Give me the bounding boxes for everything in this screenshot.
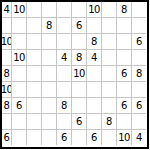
grid-cell-r2c2[interactable] — [12, 18, 26, 33]
grid-cell-r2c6[interactable]: 6 — [72, 18, 86, 33]
grid-cell-r1c3[interactable] — [27, 2, 41, 17]
grid-cell-r1c9[interactable]: 8 — [117, 2, 131, 17]
grid-cell-r4c6[interactable]: 8 — [72, 50, 86, 65]
grid-cell-r8c6[interactable]: 6 — [72, 114, 86, 129]
grid-cell-r5c3[interactable] — [27, 66, 41, 81]
grid-cell-r4c7[interactable]: 4 — [87, 50, 101, 65]
grid-cell-r4c8[interactable] — [102, 50, 116, 65]
clue-number: 8 — [106, 117, 112, 127]
clue-number: 8 — [61, 101, 67, 111]
clue-number: 8 — [91, 37, 97, 47]
grid-cell-r6c2[interactable] — [12, 82, 26, 97]
grid-cell-r4c5[interactable]: 4 — [57, 50, 71, 65]
grid-cell-r8c4[interactable] — [42, 114, 56, 129]
grid-cell-r8c2[interactable] — [12, 114, 26, 129]
grid-cell-r5c9[interactable]: 6 — [117, 66, 131, 81]
clue-number: 6 — [136, 101, 142, 111]
clue-number: 6 — [16, 101, 22, 111]
clue-number: 6 — [76, 21, 82, 31]
clue-number: 10 — [88, 5, 100, 15]
grid-cell-r4c9[interactable] — [117, 50, 131, 65]
clue-number: 6 — [76, 117, 82, 127]
grid-cell-r4c1[interactable] — [2, 50, 11, 65]
grid-cell-r1c1[interactable]: 4 — [2, 2, 11, 17]
clue-number: 8 — [136, 69, 142, 79]
grid-cell-r2c8[interactable] — [102, 18, 116, 33]
grid-cell-r1c5[interactable] — [57, 2, 71, 17]
grid-cell-r3c10[interactable]: 6 — [132, 34, 146, 49]
clue-number: 4 — [61, 53, 67, 63]
grid-cell-r9c1[interactable]: 6 — [2, 130, 11, 145]
grid-cell-r3c2[interactable] — [12, 34, 26, 49]
grid-cell-r3c6[interactable] — [72, 34, 86, 49]
grid-cell-r7c9[interactable]: 6 — [117, 98, 131, 113]
grid-cell-r7c8[interactable] — [102, 98, 116, 113]
grid-cell-r8c5[interactable] — [57, 114, 71, 129]
grid-cell-r5c7[interactable] — [87, 66, 101, 81]
grid-cell-r2c7[interactable] — [87, 18, 101, 33]
clue-number: 10 — [2, 85, 11, 95]
grid-cell-r6c5[interactable] — [57, 82, 71, 97]
grid-cell-r9c2[interactable] — [12, 130, 26, 145]
grid-cell-r1c7[interactable]: 10 — [87, 2, 101, 17]
clue-number: 8 — [121, 5, 127, 15]
grid-cell-r6c7[interactable] — [87, 82, 101, 97]
grid-cell-r9c9[interactable]: 10 — [117, 130, 131, 145]
clue-number: 8 — [4, 101, 10, 111]
grid-cell-r4c3[interactable] — [27, 50, 41, 65]
clue-number: 10 — [73, 69, 85, 79]
grid-cell-r6c10[interactable] — [132, 82, 146, 97]
grid-cell-r4c2[interactable]: 10 — [12, 50, 26, 65]
grid-cell-r1c10[interactable] — [132, 2, 146, 17]
grid-cell-r3c9[interactable] — [117, 34, 131, 49]
grid-cell-r9c10[interactable]: 4 — [132, 130, 146, 145]
grid-cell-r5c1[interactable]: 8 — [2, 66, 11, 81]
clue-number: 4 — [4, 5, 10, 15]
grid-cell-r8c7[interactable] — [87, 114, 101, 129]
clue-number: 10 — [118, 133, 130, 143]
clue-number: 6 — [61, 133, 67, 143]
grid-cell-r3c1[interactable]: 10 — [2, 34, 11, 49]
grid-cell-r3c4[interactable] — [42, 34, 56, 49]
grid-cell-r7c5[interactable]: 8 — [57, 98, 71, 113]
grid-cell-r9c4[interactable] — [42, 130, 56, 145]
grid-cell-r8c3[interactable] — [27, 114, 41, 129]
grid-cell-r3c3[interactable] — [27, 34, 41, 49]
puzzle-board: 4101088610861048481068108686668666104 — [0, 0, 149, 149]
grid-cell-r1c4[interactable] — [42, 2, 56, 17]
grid-cell-r2c3[interactable] — [27, 18, 41, 33]
grid-cell-r9c6[interactable] — [72, 130, 86, 145]
grid-cell-r6c1[interactable]: 10 — [2, 82, 11, 97]
grid-cell-r2c5[interactable] — [57, 18, 71, 33]
grid-cell-r7c7[interactable] — [87, 98, 101, 113]
grid-cell-r1c2[interactable]: 10 — [12, 2, 26, 17]
clue-number: 8 — [46, 21, 52, 31]
grid-cell-r5c5[interactable] — [57, 66, 71, 81]
grid-cell-r7c4[interactable] — [42, 98, 56, 113]
grid-cell-r6c3[interactable] — [27, 82, 41, 97]
clue-number: 6 — [91, 133, 97, 143]
grid-cell-r2c1[interactable] — [2, 18, 11, 33]
grid-cell-r8c9[interactable] — [117, 114, 131, 129]
grid-cell-r8c1[interactable] — [2, 114, 11, 129]
grid-cell-r2c10[interactable] — [132, 18, 146, 33]
grid-cell-r9c3[interactable] — [27, 130, 41, 145]
grid-cell-r1c6[interactable] — [72, 2, 86, 17]
grid-cell-r3c5[interactable] — [57, 34, 71, 49]
grid-cell-r8c10[interactable] — [132, 114, 146, 129]
grid-cell-r9c7[interactable]: 6 — [87, 130, 101, 145]
grid-cell-r4c10[interactable] — [132, 50, 146, 65]
grid-cell-r6c4[interactable] — [42, 82, 56, 97]
grid-cell-r1c8[interactable] — [102, 2, 116, 17]
grid-cell-r2c4[interactable]: 8 — [42, 18, 56, 33]
grid-cell-r8c8[interactable]: 8 — [102, 114, 116, 129]
clue-number: 6 — [136, 37, 142, 47]
grid-cell-r5c2[interactable] — [12, 66, 26, 81]
grid-cell-r3c7[interactable]: 8 — [87, 34, 101, 49]
grid-cell-r6c8[interactable] — [102, 82, 116, 97]
grid-cell-r3c8[interactable] — [102, 34, 116, 49]
clue-number: 8 — [4, 69, 10, 79]
grid-cell-r9c5[interactable]: 6 — [57, 130, 71, 145]
grid-cell-r6c6[interactable] — [72, 82, 86, 97]
clue-number: 6 — [121, 69, 127, 79]
clue-number: 10 — [13, 5, 25, 15]
clue-number: 4 — [136, 133, 142, 143]
puzzle-grid[interactable]: 4101088610861048481068108686668666104 — [2, 2, 146, 145]
grid-cell-r6c9[interactable] — [117, 82, 131, 97]
clue-number: 6 — [121, 101, 127, 111]
grid-cell-r5c8[interactable] — [102, 66, 116, 81]
clue-number: 6 — [4, 133, 10, 143]
grid-cell-r4c4[interactable] — [42, 50, 56, 65]
grid-cell-r9c8[interactable] — [102, 130, 116, 145]
grid-cell-r5c10[interactable]: 8 — [132, 66, 146, 81]
grid-cell-r7c1[interactable]: 8 — [2, 98, 11, 113]
grid-cell-r2c9[interactable] — [117, 18, 131, 33]
clue-number: 4 — [91, 53, 97, 63]
grid-cell-r7c3[interactable] — [27, 98, 41, 113]
clue-number: 8 — [76, 53, 82, 63]
clue-number: 10 — [2, 37, 11, 47]
grid-cell-r5c4[interactable] — [42, 66, 56, 81]
clue-number: 10 — [13, 53, 25, 63]
grid-cell-r7c10[interactable]: 6 — [132, 98, 146, 113]
grid-cell-r7c2[interactable]: 6 — [12, 98, 26, 113]
grid-cell-r7c6[interactable] — [72, 98, 86, 113]
grid-cell-r5c6[interactable]: 10 — [72, 66, 86, 81]
